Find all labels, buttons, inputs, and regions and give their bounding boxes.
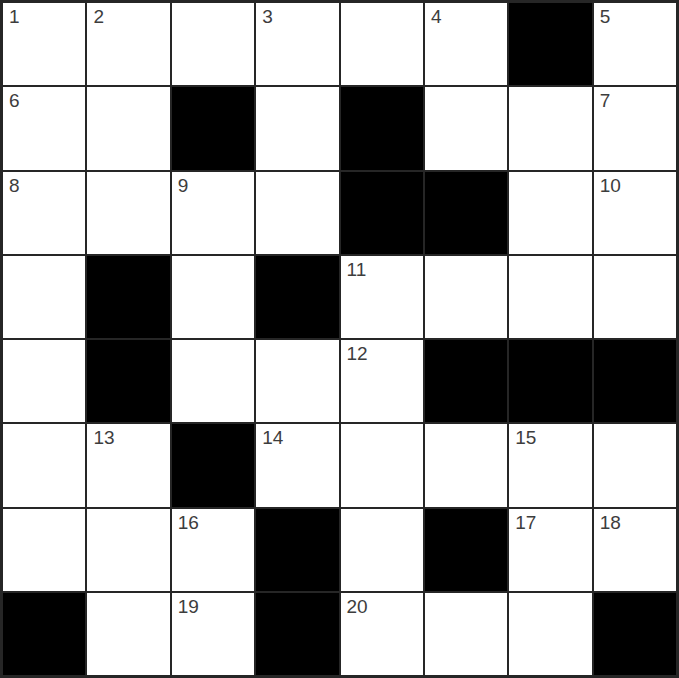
cell-r7c7-block — [594, 593, 676, 675]
clue-number-15: 15 — [515, 427, 536, 449]
cell-r4c4[interactable]: 12 — [341, 340, 423, 422]
clue-number-18: 18 — [600, 512, 621, 534]
clue-number-14: 14 — [262, 427, 283, 449]
clue-number-9: 9 — [178, 175, 189, 197]
clue-number-7: 7 — [600, 90, 611, 112]
crossword-board: 1234567891011121314151617181920 — [0, 0, 679, 678]
cell-r5c0[interactable] — [3, 424, 85, 506]
cell-r0c4[interactable] — [341, 3, 423, 85]
cell-r4c1-block — [87, 340, 169, 422]
cell-r2c0[interactable]: 8 — [3, 172, 85, 254]
cell-r4c2[interactable] — [172, 340, 254, 422]
cell-r7c2[interactable]: 19 — [172, 593, 254, 675]
cell-r0c0[interactable]: 1 — [3, 3, 85, 85]
cell-r3c1-block — [87, 256, 169, 338]
cell-r6c7[interactable]: 18 — [594, 509, 676, 591]
cell-r6c3-block — [256, 509, 338, 591]
cell-r1c6[interactable] — [509, 87, 591, 169]
cell-r6c6[interactable]: 17 — [509, 509, 591, 591]
clue-number-2: 2 — [93, 6, 104, 28]
clue-number-12: 12 — [347, 343, 368, 365]
cell-r1c1[interactable] — [87, 87, 169, 169]
clue-number-5: 5 — [600, 6, 611, 28]
cell-r2c6[interactable] — [509, 172, 591, 254]
cell-r5c7[interactable] — [594, 424, 676, 506]
cell-r5c3[interactable]: 14 — [256, 424, 338, 506]
cell-r5c5[interactable] — [425, 424, 507, 506]
cell-r2c4-block — [341, 172, 423, 254]
cell-r2c1[interactable] — [87, 172, 169, 254]
clue-number-3: 3 — [262, 6, 273, 28]
cell-r5c4[interactable] — [341, 424, 423, 506]
clue-number-20: 20 — [347, 596, 368, 618]
cell-r5c2-block — [172, 424, 254, 506]
cell-r7c3-block — [256, 593, 338, 675]
cell-r3c7[interactable] — [594, 256, 676, 338]
cell-r4c0[interactable] — [3, 340, 85, 422]
cell-r2c5-block — [425, 172, 507, 254]
cell-r3c2[interactable] — [172, 256, 254, 338]
cell-r3c6[interactable] — [509, 256, 591, 338]
cell-r1c3[interactable] — [256, 87, 338, 169]
cell-r1c7[interactable]: 7 — [594, 87, 676, 169]
cell-r0c3[interactable]: 3 — [256, 3, 338, 85]
cell-r7c4[interactable]: 20 — [341, 593, 423, 675]
cell-r6c5-block — [425, 509, 507, 591]
cell-r0c7[interactable]: 5 — [594, 3, 676, 85]
cell-r6c0[interactable] — [3, 509, 85, 591]
cell-r5c6[interactable]: 15 — [509, 424, 591, 506]
cell-r1c2-block — [172, 87, 254, 169]
clue-number-19: 19 — [178, 596, 199, 618]
cell-r3c4[interactable]: 11 — [341, 256, 423, 338]
cell-r2c3[interactable] — [256, 172, 338, 254]
cell-r7c1[interactable] — [87, 593, 169, 675]
cell-r0c2[interactable] — [172, 3, 254, 85]
cell-r1c0[interactable]: 6 — [3, 87, 85, 169]
cell-r4c5-block — [425, 340, 507, 422]
clue-number-4: 4 — [431, 6, 442, 28]
cell-r1c4-block — [341, 87, 423, 169]
cell-r6c1[interactable] — [87, 509, 169, 591]
cell-r2c7[interactable]: 10 — [594, 172, 676, 254]
cell-r4c3[interactable] — [256, 340, 338, 422]
cell-r7c6[interactable] — [509, 593, 591, 675]
cell-r0c6-block — [509, 3, 591, 85]
cell-r3c0[interactable] — [3, 256, 85, 338]
clue-number-16: 16 — [178, 512, 199, 534]
clue-number-13: 13 — [93, 427, 114, 449]
clue-number-8: 8 — [9, 175, 20, 197]
cell-r7c5[interactable] — [425, 593, 507, 675]
clue-number-11: 11 — [347, 259, 367, 281]
cell-r1c5[interactable] — [425, 87, 507, 169]
clue-number-17: 17 — [515, 512, 536, 534]
cell-r2c2[interactable]: 9 — [172, 172, 254, 254]
cell-r3c5[interactable] — [425, 256, 507, 338]
cell-r4c6-block — [509, 340, 591, 422]
cell-r6c2[interactable]: 16 — [172, 509, 254, 591]
clue-number-10: 10 — [600, 175, 621, 197]
cell-r7c0-block — [3, 593, 85, 675]
cell-r6c4[interactable] — [341, 509, 423, 591]
cell-r5c1[interactable]: 13 — [87, 424, 169, 506]
cell-r0c5[interactable]: 4 — [425, 3, 507, 85]
cell-r0c1[interactable]: 2 — [87, 3, 169, 85]
clue-number-1: 1 — [9, 6, 20, 28]
cell-r4c7-block — [594, 340, 676, 422]
clue-number-6: 6 — [9, 90, 20, 112]
cell-r3c3-block — [256, 256, 338, 338]
